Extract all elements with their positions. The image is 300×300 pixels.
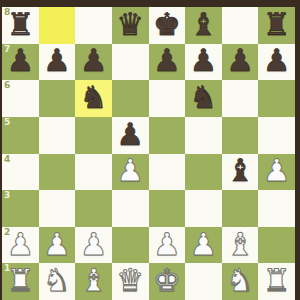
square-e8[interactable]: ♚ xyxy=(149,7,186,44)
square-f6[interactable]: ♞ xyxy=(185,80,222,117)
piece-black-rook[interactable]: ♜ xyxy=(6,9,34,40)
square-d4[interactable]: ♟ xyxy=(112,154,149,191)
piece-black-knight[interactable]: ♞ xyxy=(190,82,218,113)
piece-white-rook[interactable]: ♜ xyxy=(6,265,34,296)
piece-white-bishop[interactable]: ♝ xyxy=(226,229,254,260)
square-b7[interactable]: ♟ xyxy=(39,44,76,81)
square-c6[interactable]: ♞ xyxy=(75,80,112,117)
square-a3[interactable]: 3 xyxy=(2,190,39,227)
piece-white-queen[interactable]: ♛ xyxy=(116,265,144,296)
square-h8[interactable]: ♜ xyxy=(258,7,295,44)
square-h6[interactable] xyxy=(258,80,295,117)
piece-white-pawn[interactable]: ♟ xyxy=(6,229,34,260)
square-e3[interactable] xyxy=(149,190,186,227)
square-g3[interactable] xyxy=(222,190,259,227)
square-b2[interactable]: ♟ xyxy=(39,227,76,264)
piece-white-knight[interactable]: ♞ xyxy=(43,265,71,296)
square-d5[interactable]: ♟ xyxy=(112,117,149,154)
square-b1[interactable]: ♞ xyxy=(39,263,76,300)
square-c7[interactable]: ♟ xyxy=(75,44,112,81)
square-d7[interactable] xyxy=(112,44,149,81)
piece-black-pawn[interactable]: ♟ xyxy=(116,119,144,150)
square-c2[interactable]: ♟ xyxy=(75,227,112,264)
square-b8[interactable] xyxy=(39,7,76,44)
square-b3[interactable] xyxy=(39,190,76,227)
square-a5[interactable]: 5 xyxy=(2,117,39,154)
square-d3[interactable] xyxy=(112,190,149,227)
square-e5[interactable] xyxy=(149,117,186,154)
piece-black-bishop[interactable]: ♝ xyxy=(226,155,254,186)
piece-black-pawn[interactable]: ♟ xyxy=(80,45,108,76)
square-b6[interactable] xyxy=(39,80,76,117)
piece-white-king[interactable]: ♚ xyxy=(153,265,181,296)
square-g5[interactable] xyxy=(222,117,259,154)
piece-white-pawn[interactable]: ♟ xyxy=(190,229,218,260)
square-h3[interactable] xyxy=(258,190,295,227)
square-h1[interactable]: ♜ xyxy=(258,263,295,300)
square-h4[interactable]: ♟ xyxy=(258,154,295,191)
square-d8[interactable]: ♛ xyxy=(112,7,149,44)
piece-black-queen[interactable]: ♛ xyxy=(116,9,144,40)
square-e7[interactable]: ♟ xyxy=(149,44,186,81)
piece-white-rook[interactable]: ♜ xyxy=(263,265,291,296)
square-a2[interactable]: 2♟ xyxy=(2,227,39,264)
square-e1[interactable]: ♚ xyxy=(149,263,186,300)
square-f8[interactable]: ♝ xyxy=(185,7,222,44)
piece-white-pawn[interactable]: ♟ xyxy=(43,229,71,260)
square-a7[interactable]: 7♟ xyxy=(2,44,39,81)
square-f7[interactable]: ♟ xyxy=(185,44,222,81)
square-h7[interactable]: ♟ xyxy=(258,44,295,81)
square-a6[interactable]: 6 xyxy=(2,80,39,117)
square-d1[interactable]: ♛ xyxy=(112,263,149,300)
square-f3[interactable] xyxy=(185,190,222,227)
square-c5[interactable] xyxy=(75,117,112,154)
piece-black-pawn[interactable]: ♟ xyxy=(190,45,218,76)
piece-white-knight[interactable]: ♞ xyxy=(226,265,254,296)
rank-label-6: 6 xyxy=(4,80,10,91)
square-h5[interactable] xyxy=(258,117,295,154)
piece-white-pawn[interactable]: ♟ xyxy=(116,155,144,186)
piece-white-pawn[interactable]: ♟ xyxy=(263,155,291,186)
piece-black-pawn[interactable]: ♟ xyxy=(226,45,254,76)
chess-board: 8♜♛♚♝♜7♟♟♟♟♟♟♟6♞♞5♟4♟♝♟32♟♟♟♟♟♝1♜♞♝♛♚♞♜ xyxy=(2,7,295,300)
rank-label-5: 5 xyxy=(4,117,10,128)
square-e4[interactable] xyxy=(149,154,186,191)
piece-black-rook[interactable]: ♜ xyxy=(263,9,291,40)
square-g2[interactable]: ♝ xyxy=(222,227,259,264)
piece-white-pawn[interactable]: ♟ xyxy=(153,229,181,260)
square-d2[interactable] xyxy=(112,227,149,264)
piece-black-pawn[interactable]: ♟ xyxy=(6,45,34,76)
rank-label-3: 3 xyxy=(4,190,10,201)
square-e6[interactable] xyxy=(149,80,186,117)
square-c4[interactable] xyxy=(75,154,112,191)
square-g8[interactable] xyxy=(222,7,259,44)
square-f2[interactable]: ♟ xyxy=(185,227,222,264)
piece-black-king[interactable]: ♚ xyxy=(153,9,181,40)
square-h2[interactable] xyxy=(258,227,295,264)
square-d6[interactable] xyxy=(112,80,149,117)
piece-white-pawn[interactable]: ♟ xyxy=(80,229,108,260)
square-g4[interactable]: ♝ xyxy=(222,154,259,191)
square-f1[interactable] xyxy=(185,263,222,300)
piece-black-bishop[interactable]: ♝ xyxy=(190,9,218,40)
square-b5[interactable] xyxy=(39,117,76,154)
square-g6[interactable] xyxy=(222,80,259,117)
piece-black-pawn[interactable]: ♟ xyxy=(263,45,291,76)
square-f4[interactable] xyxy=(185,154,222,191)
square-c3[interactable] xyxy=(75,190,112,227)
piece-black-pawn[interactable]: ♟ xyxy=(43,45,71,76)
piece-black-pawn[interactable]: ♟ xyxy=(153,45,181,76)
piece-white-bishop[interactable]: ♝ xyxy=(80,265,108,296)
square-c1[interactable]: ♝ xyxy=(75,263,112,300)
square-a8[interactable]: 8♜ xyxy=(2,7,39,44)
chess-app-viewport: 8♜♛♚♝♜7♟♟♟♟♟♟♟6♞♞5♟4♟♝♟32♟♟♟♟♟♝1♜♞♝♛♚♞♜ xyxy=(0,0,300,300)
square-b4[interactable] xyxy=(39,154,76,191)
square-a4[interactable]: 4 xyxy=(2,154,39,191)
square-a1[interactable]: 1♜ xyxy=(2,263,39,300)
square-c8[interactable] xyxy=(75,7,112,44)
piece-black-knight[interactable]: ♞ xyxy=(80,82,108,113)
square-g7[interactable]: ♟ xyxy=(222,44,259,81)
square-e2[interactable]: ♟ xyxy=(149,227,186,264)
square-g1[interactable]: ♞ xyxy=(222,263,259,300)
rank-label-4: 4 xyxy=(4,154,10,165)
square-f5[interactable] xyxy=(185,117,222,154)
